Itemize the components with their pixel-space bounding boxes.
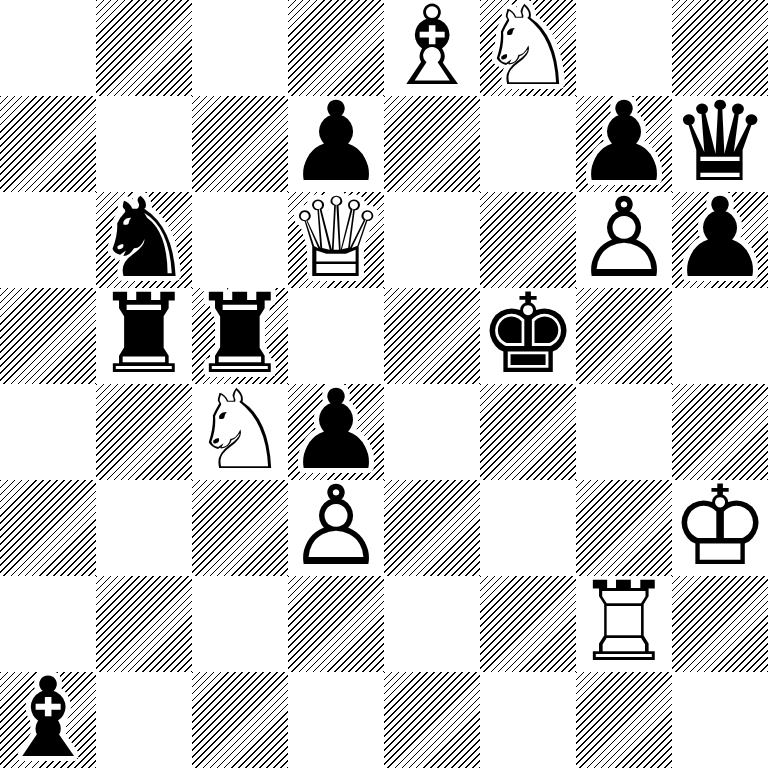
- piece-body-fill: ♜: [576, 576, 672, 670]
- square-e7[interactable]: [384, 96, 480, 192]
- piece-body-fill: ♟: [288, 480, 384, 574]
- black-pawn-piece[interactable]: ♟♟: [576, 96, 672, 192]
- square-h8[interactable]: [672, 0, 768, 96]
- square-d1[interactable]: [288, 672, 384, 768]
- chess-board: ♝♗♞♘♟♟♟♟♛♛♞♞♛♕♟♙♟♟♜♜♜♜♚♚♞♘♟♟♟♙♚♔♜♖♝♝: [0, 0, 768, 768]
- square-h7[interactable]: ♛♛: [672, 96, 768, 192]
- square-d2[interactable]: [288, 576, 384, 672]
- square-g6[interactable]: ♟♙: [576, 192, 672, 288]
- square-e1[interactable]: [384, 672, 480, 768]
- piece-body-fill: ♟: [288, 96, 384, 190]
- black-knight-piece[interactable]: ♞♞: [96, 192, 192, 288]
- black-pawn-piece[interactable]: ♟♟: [672, 192, 768, 288]
- square-d8[interactable]: [288, 0, 384, 96]
- piece-body-fill: ♟: [576, 96, 672, 190]
- black-pawn-icon: ♟: [576, 96, 672, 190]
- piece-body-fill: ♛: [288, 192, 384, 286]
- square-g5[interactable]: [576, 288, 672, 384]
- square-g4[interactable]: [576, 384, 672, 480]
- white-rook-piece[interactable]: ♜♖: [576, 576, 672, 672]
- white-bishop-piece[interactable]: ♝♗: [384, 0, 480, 96]
- black-rook-piece[interactable]: ♜♜: [192, 288, 288, 384]
- square-g2[interactable]: ♜♖: [576, 576, 672, 672]
- square-f6[interactable]: [480, 192, 576, 288]
- piece-body-fill: ♞: [96, 192, 192, 286]
- square-e6[interactable]: [384, 192, 480, 288]
- square-b2[interactable]: [96, 576, 192, 672]
- square-c3[interactable]: [192, 480, 288, 576]
- black-rook-icon: ♜: [96, 288, 192, 382]
- square-a6[interactable]: [0, 192, 96, 288]
- black-rook-piece[interactable]: ♜♜: [96, 288, 192, 384]
- square-h3[interactable]: ♚♔: [672, 480, 768, 576]
- black-pawn-icon: ♟: [672, 192, 768, 286]
- black-rook-icon: ♜: [192, 288, 288, 382]
- black-bishop-piece[interactable]: ♝♝: [0, 672, 96, 768]
- square-b3[interactable]: [96, 480, 192, 576]
- white-pawn-icon: ♙: [576, 192, 672, 286]
- square-d4[interactable]: ♟♟: [288, 384, 384, 480]
- square-e4[interactable]: [384, 384, 480, 480]
- piece-body-fill: ♟: [672, 192, 768, 286]
- square-c8[interactable]: [192, 0, 288, 96]
- square-h5[interactable]: [672, 288, 768, 384]
- square-c4[interactable]: ♞♘: [192, 384, 288, 480]
- square-f5[interactable]: ♚♚: [480, 288, 576, 384]
- square-e2[interactable]: [384, 576, 480, 672]
- square-a7[interactable]: [0, 96, 96, 192]
- piece-body-fill: ♞: [192, 384, 288, 478]
- square-a8[interactable]: [0, 0, 96, 96]
- white-knight-icon: ♘: [192, 384, 288, 478]
- square-d6[interactable]: ♛♕: [288, 192, 384, 288]
- piece-body-fill: ♞: [480, 0, 576, 94]
- piece-body-fill: ♜: [192, 288, 288, 382]
- square-c5[interactable]: ♜♜: [192, 288, 288, 384]
- square-a5[interactable]: [0, 288, 96, 384]
- white-pawn-piece[interactable]: ♟♙: [288, 480, 384, 576]
- square-a4[interactable]: [0, 384, 96, 480]
- piece-body-fill: ♝: [0, 672, 96, 766]
- square-h6[interactable]: ♟♟: [672, 192, 768, 288]
- square-d5[interactable]: [288, 288, 384, 384]
- black-pawn-piece[interactable]: ♟♟: [288, 384, 384, 480]
- piece-body-fill: ♛: [672, 96, 768, 190]
- square-g1[interactable]: [576, 672, 672, 768]
- square-b5[interactable]: ♜♜: [96, 288, 192, 384]
- square-a3[interactable]: [0, 480, 96, 576]
- square-h2[interactable]: [672, 576, 768, 672]
- square-c7[interactable]: [192, 96, 288, 192]
- piece-body-fill: ♚: [672, 480, 768, 574]
- piece-body-fill: ♝: [384, 0, 480, 94]
- square-f1[interactable]: [480, 672, 576, 768]
- piece-body-fill: ♟: [576, 192, 672, 286]
- square-f7[interactable]: [480, 96, 576, 192]
- square-e8[interactable]: ♝♗: [384, 0, 480, 96]
- white-pawn-piece[interactable]: ♟♙: [576, 192, 672, 288]
- black-pawn-icon: ♟: [288, 384, 384, 478]
- square-b1[interactable]: [96, 672, 192, 768]
- square-g3[interactable]: [576, 480, 672, 576]
- black-queen-piece[interactable]: ♛♛: [672, 96, 768, 192]
- white-king-icon: ♔: [672, 480, 768, 574]
- black-bishop-icon: ♝: [0, 672, 96, 766]
- square-c1[interactable]: [192, 672, 288, 768]
- square-f3[interactable]: [480, 480, 576, 576]
- black-knight-icon: ♞: [96, 192, 192, 286]
- black-pawn-piece[interactable]: ♟♟: [288, 96, 384, 192]
- piece-body-fill: ♜: [96, 288, 192, 382]
- white-knight-piece[interactable]: ♞♘: [192, 384, 288, 480]
- square-g7[interactable]: ♟♟: [576, 96, 672, 192]
- black-king-icon: ♚: [480, 288, 576, 382]
- white-king-piece[interactable]: ♚♔: [672, 480, 768, 576]
- white-knight-icon: ♘: [480, 0, 576, 94]
- white-bishop-icon: ♗: [384, 0, 480, 94]
- black-pawn-icon: ♟: [288, 96, 384, 190]
- square-d3[interactable]: ♟♙: [288, 480, 384, 576]
- black-queen-icon: ♛: [672, 96, 768, 190]
- square-a1[interactable]: ♝♝: [0, 672, 96, 768]
- black-king-piece[interactable]: ♚♚: [480, 288, 576, 384]
- square-c2[interactable]: [192, 576, 288, 672]
- white-queen-icon: ♕: [288, 192, 384, 286]
- white-pawn-icon: ♙: [288, 480, 384, 574]
- square-g8[interactable]: [576, 0, 672, 96]
- square-b4[interactable]: [96, 384, 192, 480]
- square-c6[interactable]: [192, 192, 288, 288]
- white-queen-piece[interactable]: ♛♕: [288, 192, 384, 288]
- piece-body-fill: ♚: [480, 288, 576, 382]
- square-b7[interactable]: [96, 96, 192, 192]
- square-b6[interactable]: ♞♞: [96, 192, 192, 288]
- square-b8[interactable]: [96, 0, 192, 96]
- square-a2[interactable]: [0, 576, 96, 672]
- white-rook-icon: ♖: [576, 576, 672, 670]
- square-h1[interactable]: [672, 672, 768, 768]
- square-e5[interactable]: [384, 288, 480, 384]
- square-d7[interactable]: ♟♟: [288, 96, 384, 192]
- white-knight-piece[interactable]: ♞♘: [480, 0, 576, 96]
- square-f4[interactable]: [480, 384, 576, 480]
- square-e3[interactable]: [384, 480, 480, 576]
- square-f8[interactable]: ♞♘: [480, 0, 576, 96]
- square-h4[interactable]: [672, 384, 768, 480]
- piece-body-fill: ♟: [288, 384, 384, 478]
- square-f2[interactable]: [480, 576, 576, 672]
